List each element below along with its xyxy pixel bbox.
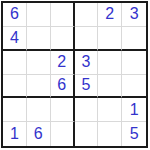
sudoku-cell-r1c6[interactable]: 3 — [122, 3, 146, 27]
sudoku-cell-r6c1[interactable]: 1 — [3, 122, 27, 146]
sudoku-cell-r6c3[interactable] — [51, 122, 75, 146]
sudoku-cell-r3c2[interactable] — [27, 51, 51, 75]
given-digit: 2 — [57, 54, 66, 70]
sudoku-cell-r1c1[interactable]: 6 — [3, 3, 27, 27]
sudoku-cell-r1c2[interactable] — [27, 3, 51, 27]
sudoku-cell-r4c6[interactable] — [122, 75, 146, 99]
sudoku-cell-r5c2[interactable] — [27, 98, 51, 122]
sudoku-cell-r6c6[interactable]: 5 — [122, 122, 146, 146]
sudoku-cell-r5c1[interactable] — [3, 98, 27, 122]
given-digit: 5 — [130, 126, 139, 142]
given-digit: 3 — [130, 6, 139, 22]
sudoku-cell-r3c1[interactable] — [3, 51, 27, 75]
sudoku-cell-r3c3[interactable]: 2 — [51, 51, 75, 75]
sudoku-cell-r2c5[interactable] — [98, 27, 122, 51]
sudoku-cell-r3c6[interactable] — [122, 51, 146, 75]
sudoku-cell-r6c5[interactable] — [98, 122, 122, 146]
sudoku-cell-r1c5[interactable]: 2 — [98, 3, 122, 27]
sudoku-cell-r5c6[interactable]: 1 — [122, 98, 146, 122]
sudoku-cell-r4c2[interactable] — [27, 75, 51, 99]
sudoku-cell-r4c1[interactable] — [3, 75, 27, 99]
sudoku-cell-r2c2[interactable] — [27, 27, 51, 51]
sudoku-cell-r6c4[interactable] — [75, 122, 99, 146]
sudoku-cell-r4c4[interactable]: 5 — [75, 75, 99, 99]
given-digit: 6 — [34, 126, 43, 142]
sudoku-board: 623423651165 — [1, 1, 148, 148]
sudoku-cell-r2c6[interactable] — [122, 27, 146, 51]
sudoku-cell-r6c2[interactable]: 6 — [27, 122, 51, 146]
given-digit: 1 — [10, 126, 19, 142]
sudoku-cell-r1c3[interactable] — [51, 3, 75, 27]
sudoku-cell-r5c5[interactable] — [98, 98, 122, 122]
sudoku-cell-r2c1[interactable]: 4 — [3, 27, 27, 51]
given-digit: 1 — [130, 102, 139, 118]
sudoku-cell-r5c3[interactable] — [51, 98, 75, 122]
sudoku-cell-r4c5[interactable] — [98, 75, 122, 99]
given-digit: 3 — [81, 54, 90, 70]
given-digit: 6 — [10, 6, 19, 22]
given-digit: 4 — [10, 30, 19, 46]
sudoku-page: 623423651165 — [0, 0, 150, 150]
sudoku-cell-r3c5[interactable] — [98, 51, 122, 75]
sudoku-cell-r3c4[interactable]: 3 — [75, 51, 99, 75]
sudoku-cell-r2c4[interactable] — [75, 27, 99, 51]
sudoku-cell-r1c4[interactable] — [75, 3, 99, 27]
given-digit: 2 — [105, 6, 114, 22]
given-digit: 6 — [57, 77, 66, 93]
sudoku-cell-r2c3[interactable] — [51, 27, 75, 51]
sudoku-cell-r4c3[interactable]: 6 — [51, 75, 75, 99]
given-digit: 5 — [81, 77, 90, 93]
sudoku-cell-r5c4[interactable] — [75, 98, 99, 122]
